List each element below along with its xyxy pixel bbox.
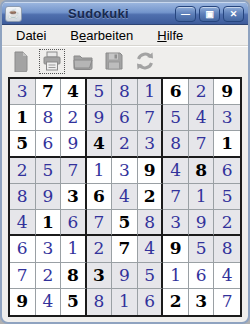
sudoku-cell[interactable]: 3: [138, 131, 164, 157]
sudoku-grid: 3745816291829675435694238712571394868936…: [8, 77, 242, 317]
sudoku-cell[interactable]: 9: [163, 236, 189, 262]
sudoku-cell[interactable]: 1: [36, 210, 62, 236]
sudoku-cell[interactable]: 5: [138, 263, 164, 289]
sudoku-cell[interactable]: 8: [112, 79, 138, 105]
sudoku-cell[interactable]: 5: [87, 79, 113, 105]
sudoku-cell[interactable]: 4: [189, 105, 215, 131]
sudoku-cell[interactable]: 6: [10, 236, 36, 262]
sudoku-cell[interactable]: 2: [138, 184, 164, 210]
sudoku-cell[interactable]: 9: [214, 79, 240, 105]
menu-datei[interactable]: Datei: [14, 26, 56, 45]
sudoku-cell[interactable]: 6: [112, 105, 138, 131]
print-icon[interactable]: [39, 49, 65, 74]
sudoku-cell[interactable]: 3: [61, 184, 87, 210]
sudoku-cell[interactable]: 6: [61, 210, 87, 236]
sudoku-cell[interactable]: 1: [214, 131, 240, 157]
java-coffee-cup-icon: ☕: [5, 6, 22, 22]
sudoku-cell[interactable]: 1: [112, 289, 138, 315]
save-icon[interactable]: [101, 49, 127, 74]
sudoku-cell[interactable]: 8: [138, 210, 164, 236]
sudoku-cell[interactable]: 3: [214, 105, 240, 131]
sudoku-cell[interactable]: 2: [163, 289, 189, 315]
toolbar: [2, 46, 248, 75]
sudoku-cell[interactable]: 9: [112, 263, 138, 289]
titlebar[interactable]: ☕ Sudokuki — ▣ ✕: [2, 2, 248, 25]
sudoku-cell[interactable]: 4: [10, 210, 36, 236]
menu-bearbeiten[interactable]: Bearbeiten: [68, 26, 143, 45]
sudoku-cell[interactable]: 6: [163, 79, 189, 105]
sudoku-cell[interactable]: 6: [36, 131, 62, 157]
sudoku-cell[interactable]: 5: [36, 158, 62, 184]
sudoku-cell[interactable]: 2: [10, 158, 36, 184]
sudoku-cell[interactable]: 4: [112, 184, 138, 210]
sudoku-cell[interactable]: 9: [10, 289, 36, 315]
sudoku-cell[interactable]: 9: [61, 131, 87, 157]
sudoku-cell[interactable]: 4: [138, 236, 164, 262]
sudoku-cell[interactable]: 3: [10, 79, 36, 105]
sudoku-cell[interactable]: 7: [61, 158, 87, 184]
sudoku-cell[interactable]: 7: [10, 263, 36, 289]
sudoku-cell[interactable]: 7: [138, 105, 164, 131]
sudoku-cell[interactable]: 7: [214, 289, 240, 315]
menu-hilfe[interactable]: Hilfe: [155, 26, 193, 45]
sudoku-cell[interactable]: 5: [10, 131, 36, 157]
sudoku-cell[interactable]: 2: [36, 263, 62, 289]
sudoku-cell[interactable]: 1: [138, 79, 164, 105]
maximize-button[interactable]: ▣: [199, 6, 220, 22]
sudoku-cell[interactable]: 4: [214, 263, 240, 289]
sudoku-cell[interactable]: 3: [87, 263, 113, 289]
sudoku-cell[interactable]: 3: [36, 236, 62, 262]
sudoku-cell[interactable]: 1: [189, 184, 215, 210]
sudoku-cell[interactable]: 5: [112, 210, 138, 236]
window-title: Sudokuki: [22, 6, 175, 21]
sudoku-cell[interactable]: 2: [87, 236, 113, 262]
close-button[interactable]: ✕: [223, 6, 244, 22]
sudoku-cell[interactable]: 7: [87, 210, 113, 236]
new-document-icon[interactable]: [8, 49, 34, 74]
sudoku-cell[interactable]: 8: [36, 105, 62, 131]
sudoku-cell[interactable]: 4: [36, 289, 62, 315]
sudoku-cell[interactable]: 6: [138, 289, 164, 315]
minimize-button[interactable]: —: [175, 6, 196, 22]
sudoku-cell[interactable]: 1: [163, 263, 189, 289]
sudoku-cell[interactable]: 3: [163, 210, 189, 236]
sudoku-cell[interactable]: 1: [61, 236, 87, 262]
sudoku-cell[interactable]: 4: [163, 158, 189, 184]
sudoku-cell[interactable]: 4: [87, 131, 113, 157]
sudoku-cell[interactable]: 8: [87, 289, 113, 315]
open-folder-icon[interactable]: [70, 49, 96, 74]
sudoku-cell[interactable]: 9: [87, 105, 113, 131]
sudoku-cell[interactable]: 8: [163, 131, 189, 157]
sudoku-cell[interactable]: 1: [10, 105, 36, 131]
sudoku-cell[interactable]: 4: [61, 79, 87, 105]
sudoku-cell[interactable]: 7: [36, 79, 62, 105]
sudoku-cell[interactable]: 3: [112, 158, 138, 184]
sudoku-cell[interactable]: 9: [138, 158, 164, 184]
sudoku-cell[interactable]: 5: [214, 184, 240, 210]
sudoku-cell[interactable]: 2: [214, 210, 240, 236]
sudoku-cell[interactable]: 6: [87, 184, 113, 210]
sudoku-cell[interactable]: 2: [61, 105, 87, 131]
menubar: Datei Bearbeiten Hilfe: [2, 25, 248, 46]
sudoku-cell[interactable]: 7: [112, 236, 138, 262]
sudoku-cell[interactable]: 2: [189, 79, 215, 105]
sudoku-cell[interactable]: 7: [189, 131, 215, 157]
sudoku-cell[interactable]: 3: [189, 289, 215, 315]
sudoku-cell[interactable]: 6: [214, 158, 240, 184]
sudoku-cell[interactable]: 6: [189, 263, 215, 289]
sudoku-cell[interactable]: 5: [163, 105, 189, 131]
refresh-icon[interactable]: [132, 49, 158, 74]
sudoku-cell[interactable]: 7: [163, 184, 189, 210]
sudoku-cell[interactable]: 8: [61, 263, 87, 289]
sudoku-cell[interactable]: 9: [36, 184, 62, 210]
sudoku-cell[interactable]: 2: [112, 131, 138, 157]
sudoku-cell[interactable]: 8: [10, 184, 36, 210]
app-window: ☕ Sudokuki — ▣ ✕ Datei Bearbeiten Hilfe: [0, 0, 250, 324]
sudoku-cell[interactable]: 8: [189, 158, 215, 184]
sudoku-cell[interactable]: 5: [189, 236, 215, 262]
sudoku-cell[interactable]: 5: [61, 289, 87, 315]
sudoku-cell[interactable]: 9: [189, 210, 215, 236]
sudoku-cell[interactable]: 1: [87, 158, 113, 184]
sudoku-cell[interactable]: 8: [214, 236, 240, 262]
